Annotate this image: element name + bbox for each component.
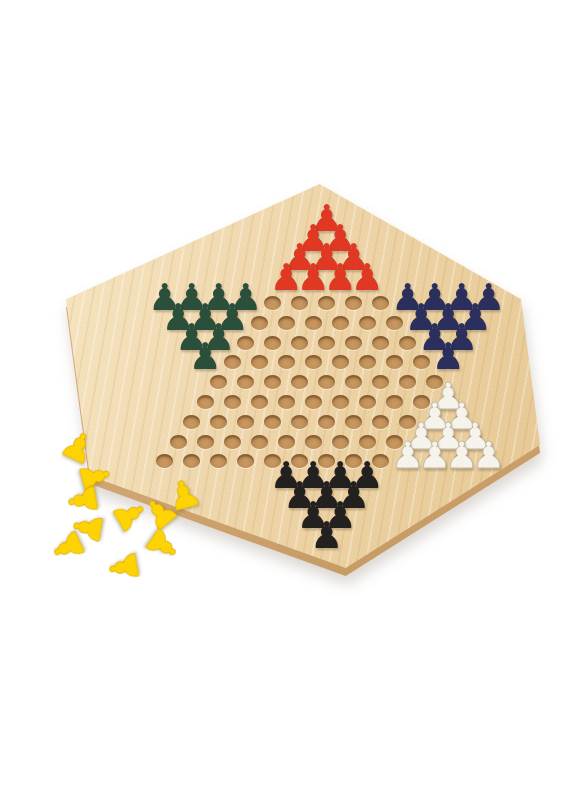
- yellow-peg-off-board-10[interactable]: ♟: [102, 547, 145, 587]
- yellow-peg-pile: ♟♟♟♟♟♟♟♟♟♟: [0, 0, 587, 800]
- product-photo-scene: ♟♟♟♟♟♟♟♟♟♟♟♟♟♟♟♟♟♟♟♟♟♟♟♟♟♟♟♟♟♟♟♟♟♟♟♟♟♟♟♟…: [0, 0, 587, 800]
